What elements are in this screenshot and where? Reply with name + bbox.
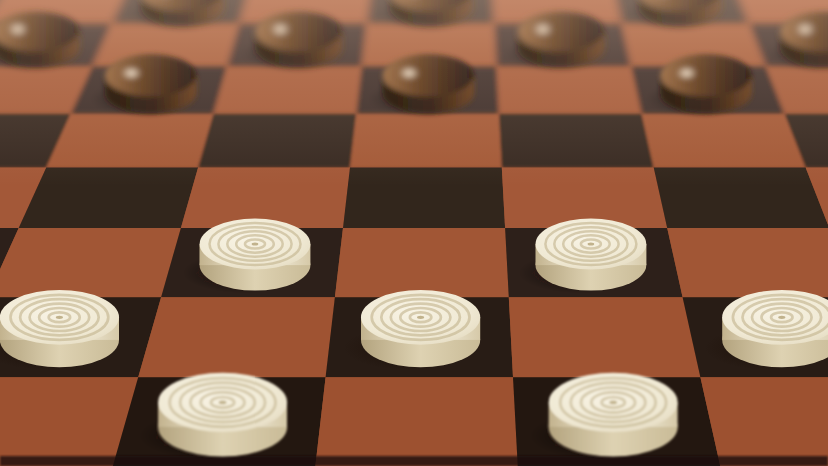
depth-haze-overlay: [0, 0, 828, 466]
board-scene: [0, 0, 828, 466]
checkers-board-photo: [0, 0, 828, 466]
